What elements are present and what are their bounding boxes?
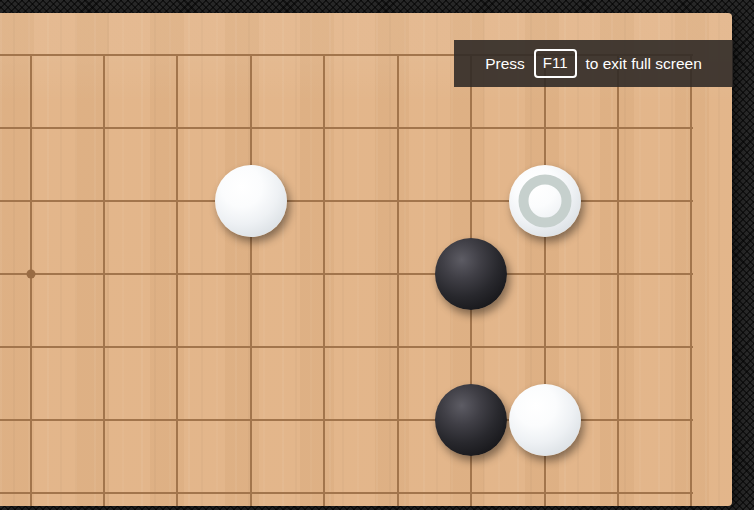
white-stone-R14[interactable] bbox=[509, 384, 581, 456]
fullscreen-exit-toast: Press F11 to exit full screen bbox=[454, 40, 733, 87]
grid-line-horizontal bbox=[0, 492, 693, 494]
white-stone-R17[interactable] bbox=[509, 165, 581, 237]
black-stone-Q16[interactable] bbox=[435, 238, 507, 310]
grid-line-vertical bbox=[617, 55, 619, 506]
grid-line-vertical bbox=[690, 55, 692, 506]
grid-line-horizontal bbox=[0, 419, 693, 421]
grid-line-vertical bbox=[30, 55, 32, 506]
grid-line-vertical bbox=[176, 55, 178, 506]
grid-line-vertical bbox=[323, 55, 325, 506]
fullscreen-go-app: { "game": "go", "board": { "size": 19, "… bbox=[0, 0, 754, 510]
grid-line-vertical bbox=[397, 55, 399, 506]
star-point-K16 bbox=[26, 270, 35, 279]
last-move-marker bbox=[518, 175, 571, 228]
toast-press-text: Press bbox=[485, 55, 525, 73]
grid-line-vertical bbox=[250, 55, 252, 506]
grid-line-horizontal bbox=[0, 273, 693, 275]
black-stone-Q14[interactable] bbox=[435, 384, 507, 456]
grid-line-horizontal bbox=[0, 127, 693, 129]
grid-line-vertical bbox=[103, 55, 105, 506]
f11-key-badge: F11 bbox=[534, 49, 577, 77]
white-stone-N17[interactable] bbox=[215, 165, 287, 237]
grid-line-horizontal bbox=[0, 346, 693, 348]
grid-line-horizontal bbox=[0, 200, 693, 202]
toast-suffix-text: to exit full screen bbox=[586, 55, 702, 73]
